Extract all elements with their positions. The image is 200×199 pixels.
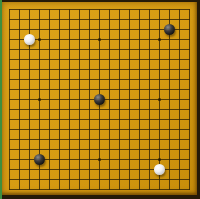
star-point: [158, 98, 161, 101]
black-stone-D4: [34, 154, 45, 165]
black-stone-K10: [94, 94, 105, 105]
white-stone-Q3: [154, 164, 165, 175]
go-board[interactable]: [2, 2, 197, 195]
star-point: [98, 158, 101, 161]
star-point: [38, 98, 41, 101]
star-point: [158, 38, 161, 41]
star-point: [98, 38, 101, 41]
star-point: [158, 158, 161, 161]
star-point: [38, 38, 41, 41]
white-stone-C16: [24, 34, 35, 45]
go-app-window: [0, 0, 200, 199]
board-grid[interactable]: [9, 9, 190, 190]
black-stone-R17: [164, 24, 175, 35]
